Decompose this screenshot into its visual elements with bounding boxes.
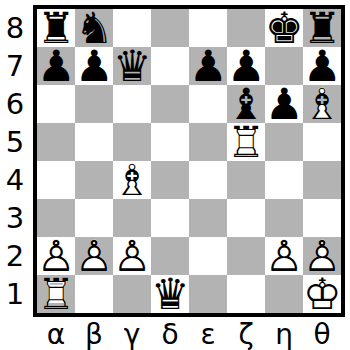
white-pawn-glyph: ♙ [75, 237, 114, 275]
square-η5[interactable] [265, 123, 303, 161]
black-pawn[interactable]: ♟ [37, 47, 75, 85]
square-ζ3[interactable] [227, 199, 265, 237]
square-δ6[interactable] [151, 85, 189, 123]
white-bishop-glyph: ♗ [113, 161, 152, 199]
square-δ4[interactable] [151, 161, 189, 199]
file-label-θ: θ [303, 318, 341, 350]
rank-label-5: 5 [0, 123, 30, 161]
rank-label-1: 1 [0, 275, 30, 313]
file-label-γ: γ [113, 318, 151, 350]
file-labels: αβγδεζηθ [37, 318, 341, 350]
black-pawn-glyph: ♟ [75, 47, 114, 85]
square-ε5[interactable] [189, 123, 227, 161]
square-δ1[interactable]: ♛ [151, 275, 189, 313]
white-rook[interactable]: ♜♖ [37, 275, 75, 313]
chess-board: ♜♞♚♜♟♟♛♟♟♟♝♟♝♗♜♖♝♗♟♙♟♙♟♙♟♙♟♙♜♖♛♚♔ [33, 5, 345, 317]
black-queen[interactable]: ♛ [151, 275, 189, 313]
square-γ6[interactable] [113, 85, 151, 123]
white-rook[interactable]: ♜♖ [227, 123, 265, 161]
square-α1[interactable]: ♜♖ [37, 275, 75, 313]
rank-label-7: 7 [0, 47, 30, 85]
black-king-glyph: ♚ [265, 9, 304, 47]
square-ε7[interactable]: ♟ [189, 47, 227, 85]
white-rook-glyph: ♖ [37, 275, 76, 313]
square-β4[interactable] [75, 161, 113, 199]
file-label-ζ: ζ [227, 318, 265, 350]
rank-labels: 87654321 [0, 9, 30, 313]
square-δ7[interactable] [151, 47, 189, 85]
square-β2[interactable]: ♟♙ [75, 237, 113, 275]
square-δ3[interactable] [151, 199, 189, 237]
square-ε2[interactable] [189, 237, 227, 275]
square-ζ2[interactable] [227, 237, 265, 275]
black-pawn[interactable]: ♟ [265, 85, 303, 123]
white-bishop[interactable]: ♝♗ [303, 85, 341, 123]
square-β1[interactable] [75, 275, 113, 313]
square-η1[interactable] [265, 275, 303, 313]
black-queen[interactable]: ♛ [113, 47, 151, 85]
square-β7[interactable]: ♟ [75, 47, 113, 85]
file-label-η: η [265, 318, 303, 350]
black-queen-glyph: ♛ [113, 47, 152, 85]
file-label-δ: δ [151, 318, 189, 350]
square-β5[interactable] [75, 123, 113, 161]
square-η6[interactable]: ♟ [265, 85, 303, 123]
white-pawn[interactable]: ♟♙ [113, 237, 151, 275]
file-label-α: α [37, 318, 75, 350]
white-pawn-glyph: ♙ [265, 237, 304, 275]
square-ε6[interactable] [189, 85, 227, 123]
square-α4[interactable] [37, 161, 75, 199]
rank-label-4: 4 [0, 161, 30, 199]
rank-label-6: 6 [0, 85, 30, 123]
square-θ4[interactable] [303, 161, 341, 199]
white-rook-glyph: ♖ [227, 123, 266, 161]
white-king[interactable]: ♚♔ [303, 275, 341, 313]
square-η2[interactable]: ♟♙ [265, 237, 303, 275]
white-pawn-glyph: ♙ [113, 237, 152, 275]
square-ε1[interactable] [189, 275, 227, 313]
black-queen-glyph: ♛ [151, 275, 190, 313]
square-γ4[interactable]: ♝♗ [113, 161, 151, 199]
square-η4[interactable] [265, 161, 303, 199]
rank-label-2: 2 [0, 237, 30, 275]
rank-label-8: 8 [0, 9, 30, 47]
square-ζ4[interactable] [227, 161, 265, 199]
white-bishop[interactable]: ♝♗ [113, 161, 151, 199]
white-king-glyph: ♔ [303, 275, 342, 313]
square-θ6[interactable]: ♝♗ [303, 85, 341, 123]
square-δ5[interactable] [151, 123, 189, 161]
white-bishop-glyph: ♗ [303, 85, 342, 123]
square-α7[interactable]: ♟ [37, 47, 75, 85]
square-γ1[interactable] [113, 275, 151, 313]
white-pawn[interactable]: ♟♙ [75, 237, 113, 275]
square-γ2[interactable]: ♟♙ [113, 237, 151, 275]
black-pawn[interactable]: ♟ [189, 47, 227, 85]
chess-diagram: 87654321 ♜♞♚♜♟♟♛♟♟♟♝♟♝♗♜♖♝♗♟♙♟♙♟♙♟♙♟♙♜♖♛… [0, 0, 350, 350]
file-label-β: β [75, 318, 113, 350]
black-pawn[interactable]: ♟ [75, 47, 113, 85]
square-ζ1[interactable] [227, 275, 265, 313]
square-β6[interactable] [75, 85, 113, 123]
black-king[interactable]: ♚ [265, 9, 303, 47]
file-label-ε: ε [189, 318, 227, 350]
black-pawn-glyph: ♟ [37, 47, 76, 85]
square-ε4[interactable] [189, 161, 227, 199]
square-δ8[interactable] [151, 9, 189, 47]
white-pawn[interactable]: ♟♙ [265, 237, 303, 275]
square-α5[interactable] [37, 123, 75, 161]
square-α6[interactable] [37, 85, 75, 123]
square-θ5[interactable] [303, 123, 341, 161]
square-ζ5[interactable]: ♜♖ [227, 123, 265, 161]
square-θ1[interactable]: ♚♔ [303, 275, 341, 313]
square-η8[interactable]: ♚ [265, 9, 303, 47]
square-ε3[interactable] [189, 199, 227, 237]
black-pawn-glyph: ♟ [189, 47, 228, 85]
square-γ7[interactable]: ♛ [113, 47, 151, 85]
black-pawn-glyph: ♟ [265, 85, 304, 123]
rank-label-3: 3 [0, 199, 30, 237]
